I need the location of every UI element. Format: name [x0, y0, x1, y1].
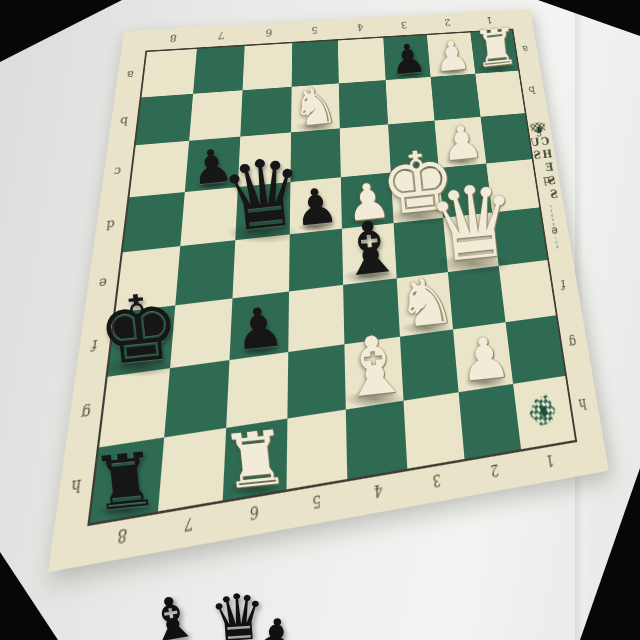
- file-label-a: a: [120, 67, 140, 84]
- left-file-labels: abcdefgh: [124, 9, 530, 31]
- square-h7: [157, 427, 226, 511]
- black-rook-h8: ♜: [88, 441, 162, 522]
- rank-label-6: 6: [260, 25, 277, 40]
- rank-label-4: 4: [367, 477, 389, 506]
- knight-shield-icon: ♞: [529, 122, 546, 134]
- tournament-table-photo: ♞ 87654321 87654321 abcdefgh abcdefgh ♞ …: [0, 0, 640, 640]
- file-label-h: h: [572, 392, 594, 417]
- square-h5: [286, 409, 347, 489]
- file-label-g: g: [73, 400, 99, 428]
- white-rook-a1: ♜: [471, 21, 521, 75]
- rank-label-1: 1: [539, 448, 561, 475]
- bottom-rank-labels: 87654321: [124, 9, 530, 31]
- file-label-a: a: [517, 42, 534, 57]
- white-rook-h6: ♜: [218, 419, 292, 500]
- file-label-h: h: [62, 472, 89, 502]
- white-bishop-g4: ♝: [335, 324, 415, 411]
- rank-label-8: 8: [164, 31, 183, 47]
- file-label-b: b: [523, 83, 540, 99]
- captured-black-bishop: ♝: [141, 586, 202, 640]
- white-pawn-g2: ♟: [457, 329, 514, 391]
- file-label-b: b: [114, 113, 135, 131]
- rank-label-2: 2: [439, 16, 455, 30]
- square-h1: ♞: [513, 375, 575, 449]
- square-g1: [505, 315, 565, 383]
- knight-logo-glyph: ♞: [533, 399, 554, 425]
- file-label-d: d: [99, 215, 121, 236]
- rank-label-3: 3: [396, 18, 412, 33]
- black-king-f8: ♚: [94, 280, 186, 380]
- file-label-c: c: [107, 162, 129, 182]
- black-pawn-a3: ♟: [388, 37, 428, 81]
- square-a6: [243, 43, 292, 90]
- file-label-f: f: [553, 275, 573, 297]
- rank-label-2: 2: [483, 457, 505, 485]
- square-b6: [240, 86, 291, 136]
- us-chess-logo-subtext: FEDERATION: [548, 204, 559, 249]
- right-file-labels: abcdefgh: [124, 9, 530, 31]
- square-d8: [123, 192, 185, 253]
- rank-label-3: 3: [426, 467, 448, 496]
- square-a7: [193, 46, 245, 93]
- file-label-g: g: [562, 331, 583, 354]
- square-a8: [142, 49, 197, 97]
- square-b4: [339, 80, 388, 129]
- rank-label-7: 7: [213, 28, 231, 44]
- top-rank-labels: 87654321: [124, 9, 530, 31]
- rank-label-4: 4: [352, 20, 368, 35]
- rank-label-7: 7: [177, 509, 202, 540]
- h1-knight-logo: ♞: [526, 391, 561, 433]
- square-c8: [129, 141, 188, 197]
- rank-label-5: 5: [306, 487, 328, 517]
- rank-label-5: 5: [307, 23, 323, 38]
- square-c1: [480, 113, 532, 163]
- captured-black-pawn: ♟: [252, 610, 300, 640]
- square-a4: [338, 38, 385, 83]
- black-pawn-d5: ♟: [291, 181, 340, 234]
- white-knight-b5: ♞: [290, 78, 341, 134]
- white-pawn-a2: ♟: [433, 34, 473, 78]
- square-h2: [459, 383, 521, 459]
- black-pawn-f6: ♟: [232, 299, 287, 359]
- square-b7: [189, 90, 243, 141]
- square-b8: [136, 93, 193, 145]
